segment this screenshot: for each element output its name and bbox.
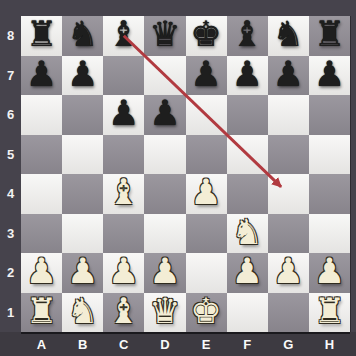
- square-d7[interactable]: [144, 56, 185, 96]
- piece-white-pawn: ♟: [273, 254, 304, 289]
- piece-white-pawn: ♟: [67, 254, 98, 289]
- rank-labels: 87654321: [0, 16, 21, 332]
- square-a1[interactable]: ♜: [21, 293, 62, 333]
- chessboard-app: 87654321 ♜♞♝♛♚♝♞♜♟♟♟♟♟♟♟♟♝♟♞♟♟♟♟♟♟♟♜♞♝♛♚…: [0, 0, 356, 356]
- square-c4[interactable]: ♝: [103, 174, 144, 214]
- square-h7[interactable]: ♟: [309, 56, 350, 96]
- square-g2[interactable]: ♟: [268, 253, 309, 293]
- file-label-b: B: [62, 332, 103, 356]
- square-g6[interactable]: [268, 95, 309, 135]
- square-f1[interactable]: [227, 293, 268, 333]
- piece-black-pawn: ♟: [108, 96, 139, 131]
- square-h5[interactable]: [309, 135, 350, 175]
- piece-black-knight: ♞: [67, 17, 98, 52]
- piece-black-pawn: ♟: [231, 57, 262, 92]
- piece-white-pawn: ♟: [314, 254, 345, 289]
- square-b2[interactable]: ♟: [62, 253, 103, 293]
- square-g8[interactable]: ♞: [268, 16, 309, 56]
- square-e6[interactable]: [186, 95, 227, 135]
- square-a5[interactable]: [21, 135, 62, 175]
- square-h8[interactable]: ♜: [309, 16, 350, 56]
- piece-white-pawn: ♟: [231, 254, 262, 289]
- square-c3[interactable]: [103, 214, 144, 254]
- square-b6[interactable]: [62, 95, 103, 135]
- square-c7[interactable]: [103, 56, 144, 96]
- square-h3[interactable]: [309, 214, 350, 254]
- file-label-f: F: [227, 332, 268, 356]
- file-label-h: H: [309, 332, 350, 356]
- square-f3[interactable]: ♞: [227, 214, 268, 254]
- piece-black-king: ♚: [190, 17, 221, 52]
- piece-black-bishop: ♝: [231, 17, 262, 52]
- square-h2[interactable]: ♟: [309, 253, 350, 293]
- square-f5[interactable]: [227, 135, 268, 175]
- piece-white-pawn: ♟: [26, 254, 57, 289]
- piece-white-king: ♚: [190, 294, 221, 329]
- chessboard: ♜♞♝♛♚♝♞♜♟♟♟♟♟♟♟♟♝♟♞♟♟♟♟♟♟♟♜♞♝♛♚♜: [21, 16, 350, 332]
- square-e2[interactable]: [186, 253, 227, 293]
- square-g1[interactable]: [268, 293, 309, 333]
- piece-black-queen: ♛: [149, 17, 180, 52]
- square-e5[interactable]: [186, 135, 227, 175]
- square-b5[interactable]: [62, 135, 103, 175]
- square-a2[interactable]: ♟: [21, 253, 62, 293]
- rank-label-3: 3: [0, 214, 21, 254]
- square-b7[interactable]: ♟: [62, 56, 103, 96]
- square-c2[interactable]: ♟: [103, 253, 144, 293]
- square-g3[interactable]: [268, 214, 309, 254]
- piece-white-pawn: ♟: [108, 254, 139, 289]
- file-label-g: G: [268, 332, 309, 356]
- square-d8[interactable]: ♛: [144, 16, 185, 56]
- piece-black-pawn: ♟: [149, 96, 180, 131]
- square-b3[interactable]: [62, 214, 103, 254]
- square-g7[interactable]: ♟: [268, 56, 309, 96]
- square-f6[interactable]: [227, 95, 268, 135]
- square-c8[interactable]: ♝: [103, 16, 144, 56]
- piece-white-pawn: ♟: [149, 254, 180, 289]
- rank-label-6: 6: [0, 95, 21, 135]
- rank-label-4: 4: [0, 174, 21, 214]
- square-b8[interactable]: ♞: [62, 16, 103, 56]
- square-c1[interactable]: ♝: [103, 293, 144, 333]
- square-g4[interactable]: [268, 174, 309, 214]
- piece-black-knight: ♞: [273, 17, 304, 52]
- file-label-c: C: [103, 332, 144, 356]
- piece-white-rook: ♜: [26, 294, 57, 329]
- piece-white-rook: ♜: [314, 294, 345, 329]
- rank-label-8: 8: [0, 16, 21, 56]
- piece-black-bishop: ♝: [108, 17, 139, 52]
- piece-white-bishop: ♝: [108, 294, 139, 329]
- square-d2[interactable]: ♟: [144, 253, 185, 293]
- square-f8[interactable]: ♝: [227, 16, 268, 56]
- square-e8[interactable]: ♚: [186, 16, 227, 56]
- square-h4[interactable]: [309, 174, 350, 214]
- square-f7[interactable]: ♟: [227, 56, 268, 96]
- square-e1[interactable]: ♚: [186, 293, 227, 333]
- square-h6[interactable]: [309, 95, 350, 135]
- square-c6[interactable]: ♟: [103, 95, 144, 135]
- square-a7[interactable]: ♟: [21, 56, 62, 96]
- square-a4[interactable]: [21, 174, 62, 214]
- square-a3[interactable]: [21, 214, 62, 254]
- square-d1[interactable]: ♛: [144, 293, 185, 333]
- square-d6[interactable]: ♟: [144, 95, 185, 135]
- square-f4[interactable]: [227, 174, 268, 214]
- square-f2[interactable]: ♟: [227, 253, 268, 293]
- rank-label-7: 7: [0, 56, 21, 96]
- square-e7[interactable]: ♟: [186, 56, 227, 96]
- square-e4[interactable]: ♟: [186, 174, 227, 214]
- piece-black-pawn: ♟: [314, 57, 345, 92]
- piece-white-pawn: ♟: [190, 175, 221, 210]
- square-b4[interactable]: [62, 174, 103, 214]
- file-labels: ABCDEFGH: [21, 332, 350, 356]
- square-d3[interactable]: [144, 214, 185, 254]
- piece-white-queen: ♛: [149, 294, 180, 329]
- square-e3[interactable]: [186, 214, 227, 254]
- square-c5[interactable]: [103, 135, 144, 175]
- piece-white-bishop: ♝: [108, 175, 139, 210]
- rank-label-1: 1: [0, 293, 21, 333]
- file-label-a: A: [21, 332, 62, 356]
- piece-white-knight: ♞: [67, 294, 98, 329]
- square-a8[interactable]: ♜: [21, 16, 62, 56]
- square-h1[interactable]: ♜: [309, 293, 350, 333]
- rank-label-2: 2: [0, 253, 21, 293]
- square-a6[interactable]: [21, 95, 62, 135]
- piece-black-pawn: ♟: [67, 57, 98, 92]
- square-d4[interactable]: [144, 174, 185, 214]
- piece-black-rook: ♜: [26, 17, 57, 52]
- file-label-d: D: [144, 332, 185, 356]
- square-b1[interactable]: ♞: [62, 293, 103, 333]
- piece-black-pawn: ♟: [26, 57, 57, 92]
- square-d5[interactable]: [144, 135, 185, 175]
- rank-label-5: 5: [0, 135, 21, 175]
- piece-black-pawn: ♟: [273, 57, 304, 92]
- piece-white-knight: ♞: [231, 215, 262, 250]
- square-g5[interactable]: [268, 135, 309, 175]
- piece-black-pawn: ♟: [190, 57, 221, 92]
- piece-black-rook: ♜: [314, 17, 345, 52]
- file-label-e: E: [186, 332, 227, 356]
